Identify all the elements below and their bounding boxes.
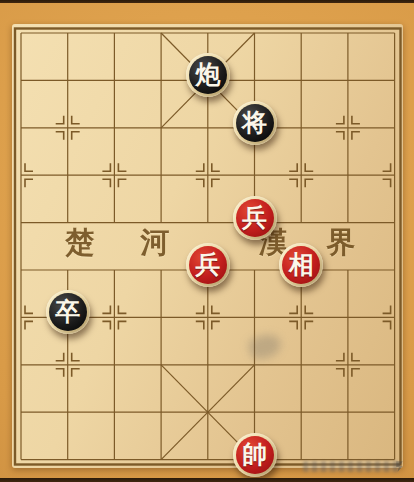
piece-face: 相 <box>282 246 320 284</box>
piece-black-cannon[interactable]: 炮 <box>186 53 230 97</box>
piece-black-general[interactable]: 将 <box>233 101 277 145</box>
piece-red-soldier[interactable]: 兵 <box>233 196 277 240</box>
piece-glyph: 相 <box>289 246 314 284</box>
bottom-border-bar <box>0 478 414 482</box>
piece-face: 兵 <box>236 199 274 237</box>
river-label-jie: 界 <box>327 226 356 258</box>
piece-red-elephant[interactable]: 相 <box>279 243 323 287</box>
piece-face: 卒 <box>49 293 87 331</box>
piece-face: 帥 <box>236 436 274 474</box>
piece-glyph: 帥 <box>242 436 267 474</box>
piece-glyph: 炮 <box>195 56 220 94</box>
piece-face: 兵 <box>189 246 227 284</box>
piece-glyph: 兵 <box>242 199 267 237</box>
river-label-chu: 楚 <box>66 226 95 258</box>
watermark-blur <box>303 461 399 472</box>
piece-face: 将 <box>236 104 274 142</box>
piece-glyph: 将 <box>242 104 267 142</box>
piece-face: 炮 <box>189 56 227 94</box>
xiangqi-game-screen: 楚 河 漢 界 炮将兵兵相卒帥 <box>0 0 414 482</box>
piece-black-soldier[interactable]: 卒 <box>46 290 90 334</box>
piece-glyph: 卒 <box>55 293 80 331</box>
piece-red-soldier[interactable]: 兵 <box>186 243 230 287</box>
river-label-he: 河 <box>141 226 170 258</box>
piece-glyph: 兵 <box>195 246 220 284</box>
piece-red-general[interactable]: 帥 <box>233 433 277 477</box>
